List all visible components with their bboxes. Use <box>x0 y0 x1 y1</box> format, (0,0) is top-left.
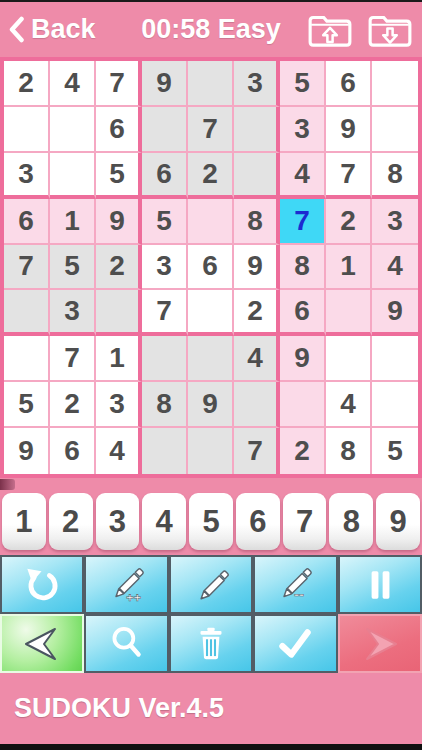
cell-r4c4[interactable]: 5 <box>142 199 188 245</box>
cell-r4c1[interactable]: 6 <box>4 199 50 245</box>
cell-r3c1[interactable]: 3 <box>4 153 50 199</box>
pencil-plus-icon: ++ <box>105 563 149 607</box>
cell-r4c7[interactable]: 7 <box>280 199 326 245</box>
footer: SUDOKU Ver.4.5 <box>0 673 422 724</box>
cell-r7c4[interactable] <box>142 336 188 382</box>
back-button[interactable]: Back <box>8 14 96 45</box>
cell-r6c8[interactable] <box>326 290 372 336</box>
cell-r5c4[interactable]: 3 <box>142 245 188 291</box>
cell-r3c7[interactable]: 4 <box>280 153 326 199</box>
numpad-key-7[interactable]: 7 <box>283 493 327 550</box>
cell-r3c9[interactable]: 8 <box>372 153 418 199</box>
cell-r7c7[interactable]: 9 <box>280 336 326 382</box>
cell-r8c4[interactable]: 8 <box>142 382 188 428</box>
numpad-key-9[interactable]: 9 <box>376 493 420 550</box>
header: 00:58 Easy Back <box>0 2 422 57</box>
cell-r9c9[interactable]: 5 <box>372 428 418 474</box>
cell-r8c8[interactable]: 4 <box>326 382 372 428</box>
svg-text:--: -- <box>294 585 304 602</box>
app-version-label: SUDOKU Ver.4.5 <box>14 693 422 724</box>
cell-r3c4[interactable]: 6 <box>142 153 188 199</box>
cell-r1c6[interactable]: 3 <box>234 61 280 107</box>
pause-button[interactable] <box>338 555 422 614</box>
cell-r1c8[interactable]: 6 <box>326 61 372 107</box>
cell-r2c8[interactable]: 9 <box>326 107 372 153</box>
cell-r7c1[interactable] <box>4 336 50 382</box>
cell-r4c8[interactable]: 2 <box>326 199 372 245</box>
cell-r9c3[interactable]: 4 <box>96 428 142 474</box>
cell-r3c3[interactable]: 5 <box>96 153 142 199</box>
cell-r1c3[interactable]: 7 <box>96 61 142 107</box>
cell-r5c7[interactable]: 8 <box>280 245 326 291</box>
cell-r1c2[interactable]: 4 <box>50 61 96 107</box>
pencil-minus-icon: -- <box>273 563 317 607</box>
cell-r7c3[interactable]: 1 <box>96 336 142 382</box>
cell-r6c6[interactable]: 2 <box>234 290 280 336</box>
cell-r4c2[interactable]: 1 <box>50 199 96 245</box>
cell-r2c2[interactable] <box>50 107 96 153</box>
cell-r2c3[interactable]: 6 <box>96 107 142 153</box>
save-button[interactable] <box>306 11 354 49</box>
magnifier-icon <box>106 623 148 665</box>
check-button[interactable] <box>253 614 337 673</box>
check-icon <box>274 623 316 665</box>
folder-upload-icon <box>307 11 353 49</box>
cell-r7c9[interactable] <box>372 336 418 382</box>
cell-r6c9[interactable]: 9 <box>372 290 418 336</box>
bottom-bar <box>0 744 422 750</box>
arrow-right-icon <box>352 622 408 666</box>
pencil-remove-button[interactable]: -- <box>253 555 337 614</box>
cell-r5c2[interactable]: 5 <box>50 245 96 291</box>
cell-r6c5[interactable] <box>188 290 234 336</box>
next-button[interactable] <box>338 614 422 673</box>
cell-r6c7[interactable]: 6 <box>280 290 326 336</box>
trash-icon <box>190 623 232 665</box>
cell-r4c6[interactable]: 8 <box>234 199 280 245</box>
cell-r5c8[interactable]: 1 <box>326 245 372 291</box>
cell-r9c1[interactable]: 9 <box>4 428 50 474</box>
cell-r2c1[interactable] <box>4 107 50 153</box>
cell-r7c8[interactable] <box>326 336 372 382</box>
cell-r9c8[interactable]: 8 <box>326 428 372 474</box>
numpad-key-6[interactable]: 6 <box>236 493 280 550</box>
cell-r9c2[interactable]: 6 <box>50 428 96 474</box>
numpad-key-2[interactable]: 2 <box>49 493 93 550</box>
cell-r9c5[interactable] <box>188 428 234 474</box>
cell-r1c5[interactable] <box>188 61 234 107</box>
cell-r9c4[interactable] <box>142 428 188 474</box>
pen-button[interactable] <box>169 555 253 614</box>
cell-r6c2[interactable]: 3 <box>50 290 96 336</box>
cell-r5c1[interactable]: 7 <box>4 245 50 291</box>
cell-r7c6[interactable]: 4 <box>234 336 280 382</box>
undo-button[interactable] <box>0 555 84 614</box>
cell-r8c7[interactable] <box>280 382 326 428</box>
cell-r9c6[interactable]: 7 <box>234 428 280 474</box>
cell-r8c3[interactable]: 3 <box>96 382 142 428</box>
arrow-left-icon <box>14 622 70 666</box>
cell-r8c2[interactable]: 2 <box>50 382 96 428</box>
cell-r3c5[interactable]: 2 <box>188 153 234 199</box>
back-label: Back <box>31 14 96 45</box>
cell-r3c8[interactable]: 7 <box>326 153 372 199</box>
cell-r6c3[interactable] <box>96 290 142 336</box>
cell-r2c6[interactable] <box>234 107 280 153</box>
undo-icon <box>21 564 63 606</box>
cell-r8c9[interactable] <box>372 382 418 428</box>
cell-r4c9[interactable]: 3 <box>372 199 418 245</box>
cell-r2c7[interactable]: 3 <box>280 107 326 153</box>
cell-r1c1[interactable]: 2 <box>4 61 50 107</box>
cell-r3c2[interactable] <box>50 153 96 199</box>
cell-r6c1[interactable] <box>4 290 50 336</box>
delete-button[interactable] <box>169 614 253 673</box>
cell-r7c2[interactable]: 7 <box>50 336 96 382</box>
cell-r1c4[interactable]: 9 <box>142 61 188 107</box>
numpad-key-1[interactable]: 1 <box>2 493 46 550</box>
search-button[interactable] <box>84 614 168 673</box>
cell-r1c7[interactable]: 5 <box>280 61 326 107</box>
numpad-key-5[interactable]: 5 <box>189 493 233 550</box>
cell-r5c6[interactable]: 9 <box>234 245 280 291</box>
back-chevron-icon <box>8 16 25 43</box>
cell-r8c6[interactable] <box>234 382 280 428</box>
cell-r5c3[interactable]: 2 <box>96 245 142 291</box>
cell-r5c5[interactable]: 6 <box>188 245 234 291</box>
cell-r4c3[interactable]: 9 <box>96 199 142 245</box>
sudoku-app: 00:58 Easy Back <box>0 0 422 750</box>
toolbar-row-2 <box>0 614 422 673</box>
shadow-notch <box>0 479 15 490</box>
numpad-key-3[interactable]: 3 <box>96 493 140 550</box>
cell-r3c6[interactable] <box>234 153 280 199</box>
previous-button[interactable] <box>0 614 84 673</box>
number-pad: 123456789 <box>0 493 422 550</box>
cell-r9c7[interactable]: 2 <box>280 428 326 474</box>
numpad-key-4[interactable]: 4 <box>142 493 186 550</box>
pause-icon <box>359 564 401 606</box>
cell-r8c5[interactable]: 9 <box>188 382 234 428</box>
cell-r1c9[interactable] <box>372 61 418 107</box>
cell-r5c9[interactable]: 4 <box>372 245 418 291</box>
pencil-add-button[interactable]: ++ <box>84 555 168 614</box>
svg-text:++: ++ <box>125 589 141 604</box>
cell-r6c4[interactable]: 7 <box>142 290 188 336</box>
sudoku-board: 2479356673935624786195872375236981437269… <box>0 57 422 478</box>
cell-r2c4[interactable] <box>142 107 188 153</box>
cell-r8c1[interactable]: 5 <box>4 382 50 428</box>
cell-r2c9[interactable] <box>372 107 418 153</box>
cell-r7c5[interactable] <box>188 336 234 382</box>
cell-r4c5[interactable] <box>188 199 234 245</box>
folder-download-icon <box>367 11 413 49</box>
numpad-key-8[interactable]: 8 <box>329 493 373 550</box>
pencil-icon <box>189 563 233 607</box>
cell-r2c5[interactable]: 7 <box>188 107 234 153</box>
load-button[interactable] <box>366 11 414 49</box>
toolbar-row-1: ++ <box>0 555 422 614</box>
